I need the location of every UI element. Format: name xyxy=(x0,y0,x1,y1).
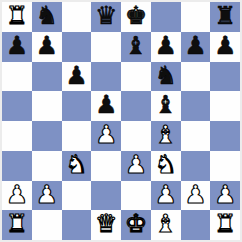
square-g5[interactable] xyxy=(181,91,211,121)
piece-black-pawn[interactable]: ♟ xyxy=(154,32,176,61)
piece-white-rook[interactable]: ♜ xyxy=(6,210,28,239)
piece-white-pawn[interactable]: ♟ xyxy=(125,151,147,180)
square-b8[interactable]: ♞ xyxy=(32,2,62,32)
chess-board: ♜♞♛♚♜♟♟♝♟♟♟♟♞♟♝♟♝♞♟♞♟♟♟♟♟♜♛♚♝♜ xyxy=(2,2,240,240)
piece-black-bishop[interactable]: ♝ xyxy=(154,91,176,120)
piece-white-rook[interactable]: ♜ xyxy=(6,2,28,31)
square-b6[interactable] xyxy=(32,62,62,92)
square-d2[interactable] xyxy=(91,181,121,211)
square-h1[interactable]: ♜ xyxy=(210,210,240,240)
piece-white-pawn[interactable]: ♟ xyxy=(95,121,117,150)
square-a6[interactable] xyxy=(2,62,32,92)
piece-white-pawn[interactable]: ♟ xyxy=(184,181,206,210)
piece-white-pawn[interactable]: ♟ xyxy=(6,181,28,210)
square-e5[interactable] xyxy=(121,91,151,121)
piece-white-king[interactable]: ♚ xyxy=(125,210,147,239)
square-b3[interactable] xyxy=(32,151,62,181)
piece-black-pawn[interactable]: ♟ xyxy=(184,32,206,61)
piece-white-bishop[interactable]: ♝ xyxy=(154,121,176,150)
square-f4[interactable]: ♝ xyxy=(151,121,181,151)
square-a7[interactable]: ♟ xyxy=(2,32,32,62)
piece-black-queen[interactable]: ♛ xyxy=(95,2,117,31)
square-e6[interactable] xyxy=(121,62,151,92)
square-e2[interactable] xyxy=(121,181,151,211)
square-f2[interactable]: ♟ xyxy=(151,181,181,211)
square-f1[interactable]: ♝ xyxy=(151,210,181,240)
piece-white-pawn[interactable]: ♟ xyxy=(214,181,236,210)
piece-black-pawn[interactable]: ♟ xyxy=(214,32,236,61)
piece-black-knight[interactable]: ♞ xyxy=(154,62,176,91)
square-c3[interactable]: ♞ xyxy=(62,151,92,181)
square-e4[interactable] xyxy=(121,121,151,151)
piece-white-knight[interactable]: ♞ xyxy=(154,151,176,180)
square-a4[interactable] xyxy=(2,121,32,151)
piece-black-pawn[interactable]: ♟ xyxy=(35,32,57,61)
square-d6[interactable] xyxy=(91,62,121,92)
piece-white-rook[interactable]: ♜ xyxy=(214,210,236,239)
square-h7[interactable]: ♟ xyxy=(210,32,240,62)
piece-white-pawn[interactable]: ♟ xyxy=(35,181,57,210)
square-a8[interactable]: ♜ xyxy=(2,2,32,32)
piece-black-king[interactable]: ♚ xyxy=(125,2,147,31)
square-e3[interactable]: ♟ xyxy=(121,151,151,181)
square-d1[interactable]: ♛ xyxy=(91,210,121,240)
square-g6[interactable] xyxy=(181,62,211,92)
piece-black-rook[interactable]: ♜ xyxy=(214,2,236,31)
square-h6[interactable] xyxy=(210,62,240,92)
square-b4[interactable] xyxy=(32,121,62,151)
square-h5[interactable] xyxy=(210,91,240,121)
square-e1[interactable]: ♚ xyxy=(121,210,151,240)
piece-white-bishop[interactable]: ♝ xyxy=(154,210,176,239)
piece-black-knight[interactable]: ♞ xyxy=(35,2,57,31)
square-h2[interactable]: ♟ xyxy=(210,181,240,211)
square-f3[interactable]: ♞ xyxy=(151,151,181,181)
square-a1[interactable]: ♜ xyxy=(2,210,32,240)
piece-black-pawn[interactable]: ♟ xyxy=(6,32,28,61)
square-f6[interactable]: ♞ xyxy=(151,62,181,92)
square-c1[interactable] xyxy=(62,210,92,240)
square-g2[interactable]: ♟ xyxy=(181,181,211,211)
square-g1[interactable] xyxy=(181,210,211,240)
square-h4[interactable] xyxy=(210,121,240,151)
square-g4[interactable] xyxy=(181,121,211,151)
square-c4[interactable] xyxy=(62,121,92,151)
square-d3[interactable] xyxy=(91,151,121,181)
square-g7[interactable]: ♟ xyxy=(181,32,211,62)
square-h8[interactable]: ♜ xyxy=(210,2,240,32)
piece-white-knight[interactable]: ♞ xyxy=(65,151,87,180)
square-f8[interactable] xyxy=(151,2,181,32)
piece-white-pawn[interactable]: ♟ xyxy=(154,181,176,210)
piece-white-queen[interactable]: ♛ xyxy=(95,210,117,239)
square-c2[interactable] xyxy=(62,181,92,211)
square-f5[interactable]: ♝ xyxy=(151,91,181,121)
chess-board-frame: ♜♞♛♚♜♟♟♝♟♟♟♟♞♟♝♟♝♞♟♞♟♟♟♟♟♜♛♚♝♜ xyxy=(0,0,242,242)
square-e8[interactable]: ♚ xyxy=(121,2,151,32)
square-a3[interactable] xyxy=(2,151,32,181)
square-b7[interactable]: ♟ xyxy=(32,32,62,62)
square-b2[interactable]: ♟ xyxy=(32,181,62,211)
square-d7[interactable] xyxy=(91,32,121,62)
square-g8[interactable] xyxy=(181,2,211,32)
square-d5[interactable]: ♟ xyxy=(91,91,121,121)
square-c8[interactable] xyxy=(62,2,92,32)
square-f7[interactable]: ♟ xyxy=(151,32,181,62)
square-c6[interactable]: ♟ xyxy=(62,62,92,92)
square-b5[interactable] xyxy=(32,91,62,121)
square-a5[interactable] xyxy=(2,91,32,121)
square-e7[interactable]: ♝ xyxy=(121,32,151,62)
piece-black-pawn[interactable]: ♟ xyxy=(65,62,87,91)
square-c5[interactable] xyxy=(62,91,92,121)
square-h3[interactable] xyxy=(210,151,240,181)
square-d8[interactable]: ♛ xyxy=(91,2,121,32)
piece-black-pawn[interactable]: ♟ xyxy=(95,91,117,120)
square-d4[interactable]: ♟ xyxy=(91,121,121,151)
square-a2[interactable]: ♟ xyxy=(2,181,32,211)
piece-black-bishop[interactable]: ♝ xyxy=(125,32,147,61)
square-c7[interactable] xyxy=(62,32,92,62)
square-g3[interactable] xyxy=(181,151,211,181)
square-b1[interactable] xyxy=(32,210,62,240)
